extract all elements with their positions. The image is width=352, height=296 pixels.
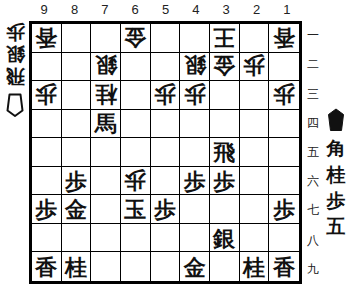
- square-6-4: [121, 110, 151, 139]
- square-4-3: 歩: [180, 81, 210, 110]
- square-1-9: 香: [269, 252, 299, 281]
- piece-sente-pawn: 歩: [35, 199, 57, 221]
- piece-gote-silver: 銀: [95, 54, 117, 76]
- file-label-4: 4: [181, 1, 211, 19]
- piece-gote-gold: 金: [213, 54, 235, 76]
- piece-gote-silver: 銀: [184, 54, 206, 76]
- square-5-4: [151, 110, 181, 139]
- square-1-6: [269, 167, 299, 196]
- square-8-9: 桂: [62, 252, 92, 281]
- square-5-2: [151, 53, 181, 82]
- piece-sente-lance: 香: [273, 257, 295, 279]
- piece-gote-lance: 香: [273, 26, 295, 48]
- shogi-board: 香金王香銀銀金歩歩桂歩歩歩馬飛歩歩歩歩歩金玉歩歩銀香桂金桂香: [29, 21, 302, 284]
- square-7-2: 銀: [91, 53, 121, 82]
- square-3-4: [210, 110, 240, 139]
- piece-gote-pawn: 歩: [273, 83, 295, 105]
- sente-hand-pawn: 歩: [327, 188, 346, 214]
- square-8-7: 金: [62, 195, 92, 224]
- square-9-9: 香: [32, 252, 62, 281]
- square-9-8: [32, 224, 62, 253]
- square-2-3: [240, 81, 270, 110]
- file-label-5: 5: [150, 1, 180, 19]
- square-8-8: [62, 224, 92, 253]
- rank-label-5: 五: [304, 138, 322, 167]
- rank-label-3: 三: [304, 79, 322, 108]
- square-5-7: 歩: [151, 195, 181, 224]
- piece-sente-rook: 飛: [213, 142, 235, 164]
- square-8-1: [62, 24, 92, 53]
- sente-hand-pieces: 角桂歩五: [327, 136, 346, 240]
- square-7-4: 馬: [91, 110, 121, 139]
- square-3-6: 歩: [210, 167, 240, 196]
- square-8-3: [62, 81, 92, 110]
- square-7-8: [91, 224, 121, 253]
- square-9-5: [32, 138, 62, 167]
- square-1-2: [269, 53, 299, 82]
- square-8-2: [62, 53, 92, 82]
- file-label-9: 9: [29, 1, 59, 19]
- piece-sente-gold: 金: [184, 257, 206, 279]
- square-5-5: [151, 138, 181, 167]
- square-5-9: [151, 252, 181, 281]
- square-5-3: 歩: [151, 81, 181, 110]
- gote-hand: 歩銀飛: [3, 21, 27, 117]
- square-4-8: [180, 224, 210, 253]
- square-5-6: [151, 167, 181, 196]
- piece-gote-knight: 桂: [95, 83, 117, 105]
- piece-gote-lance: 香: [35, 26, 57, 48]
- piece-sente-lance: 香: [35, 257, 57, 279]
- piece-gote-gold: 金: [124, 26, 146, 48]
- piece-gote-pawn: 歩: [184, 83, 206, 105]
- square-4-2: 銀: [180, 53, 210, 82]
- rank-label-8: 八: [304, 226, 322, 255]
- file-label-6: 6: [120, 1, 150, 19]
- rank-label-9: 九: [304, 255, 322, 284]
- square-2-1: [240, 24, 270, 53]
- square-6-7: 玉: [121, 195, 151, 224]
- rank-label-7: 七: [304, 196, 322, 225]
- square-9-7: 歩: [32, 195, 62, 224]
- square-2-6: [240, 167, 270, 196]
- square-3-8: 銀: [210, 224, 240, 253]
- square-6-1: 金: [121, 24, 151, 53]
- piece-sente-pawn: 歩: [154, 199, 176, 221]
- square-9-3: 歩: [32, 81, 62, 110]
- square-1-8: [269, 224, 299, 253]
- piece-sente-promoted-bishop: 馬: [95, 113, 117, 135]
- square-2-2: 歩: [240, 53, 270, 82]
- piece-sente-pawn: 歩: [184, 171, 206, 193]
- square-3-3: [210, 81, 240, 110]
- square-7-9: [91, 252, 121, 281]
- shogi-diagram: 987654321 香金王香銀銀金歩歩桂歩歩歩馬飛歩歩歩歩歩金玉歩歩銀香桂金桂香…: [0, 0, 352, 296]
- piece-sente-pawn: 歩: [273, 199, 295, 221]
- piece-gote-pawn: 歩: [35, 83, 57, 105]
- gote-hand-piece-silver: 銀: [6, 43, 25, 65]
- file-label-1: 1: [272, 1, 302, 19]
- piece-sente-pawn: 歩: [213, 171, 235, 193]
- square-1-3: 歩: [269, 81, 299, 110]
- white-piece-icon: [5, 93, 25, 117]
- square-4-4: [180, 110, 210, 139]
- square-6-6: 歩: [121, 167, 151, 196]
- square-5-8: [151, 224, 181, 253]
- square-2-9: 桂: [240, 252, 270, 281]
- square-4-5: [180, 138, 210, 167]
- square-9-4: [32, 110, 62, 139]
- square-2-7: [240, 195, 270, 224]
- sente-hand-count-five: 五: [327, 214, 346, 240]
- piece-sente-pawn: 歩: [65, 171, 87, 193]
- black-piece-icon: [326, 108, 346, 132]
- rank-label-1: 一: [304, 21, 322, 50]
- file-label-3: 3: [211, 1, 241, 19]
- square-7-1: [91, 24, 121, 53]
- square-6-2: [121, 53, 151, 82]
- square-5-1: [151, 24, 181, 53]
- piece-gote-king: 王: [213, 26, 235, 48]
- square-2-4: [240, 110, 270, 139]
- gote-hand-pieces: 歩銀飛: [6, 21, 25, 87]
- square-7-7: [91, 195, 121, 224]
- file-labels: 987654321: [29, 1, 302, 19]
- square-9-1: 香: [32, 24, 62, 53]
- sente-hand: 角桂歩五: [324, 108, 348, 240]
- square-6-8: [121, 224, 151, 253]
- square-3-2: 金: [210, 53, 240, 82]
- square-7-6: [91, 167, 121, 196]
- square-7-3: 桂: [91, 81, 121, 110]
- file-label-2: 2: [241, 1, 271, 19]
- rank-label-2: 二: [304, 50, 322, 79]
- square-2-5: [240, 138, 270, 167]
- square-8-4: [62, 110, 92, 139]
- square-3-5: 飛: [210, 138, 240, 167]
- piece-sente-knight: 桂: [243, 257, 265, 279]
- square-3-1: 王: [210, 24, 240, 53]
- file-label-7: 7: [90, 1, 120, 19]
- sente-hand-bishop: 角: [327, 136, 346, 162]
- square-7-5: [91, 138, 121, 167]
- square-9-6: [32, 167, 62, 196]
- piece-gote-pawn: 歩: [154, 83, 176, 105]
- square-8-6: 歩: [62, 167, 92, 196]
- square-8-5: [62, 138, 92, 167]
- square-6-9: [121, 252, 151, 281]
- square-1-4: [269, 110, 299, 139]
- gote-hand-piece-pawn: 歩: [6, 21, 25, 43]
- file-label-8: 8: [59, 1, 89, 19]
- square-9-2: [32, 53, 62, 82]
- piece-sente-king: 玉: [124, 199, 146, 221]
- square-6-5: [121, 138, 151, 167]
- piece-sente-knight: 桂: [65, 257, 87, 279]
- square-6-3: [121, 81, 151, 110]
- rank-labels: 一二三四五六七八九: [304, 21, 322, 284]
- piece-gote-pawn: 歩: [243, 54, 265, 76]
- square-1-1: 香: [269, 24, 299, 53]
- gote-hand-piece-rook: 飛: [6, 65, 25, 87]
- square-4-9: 金: [180, 252, 210, 281]
- square-4-1: [180, 24, 210, 53]
- rank-label-6: 六: [304, 167, 322, 196]
- rank-label-4: 四: [304, 109, 322, 138]
- square-4-7: [180, 195, 210, 224]
- sente-hand-knight: 桂: [327, 162, 346, 188]
- piece-gote-pawn: 歩: [124, 169, 146, 191]
- piece-sente-silver: 銀: [213, 228, 235, 250]
- square-4-6: 歩: [180, 167, 210, 196]
- square-3-9: [210, 252, 240, 281]
- square-2-8: [240, 224, 270, 253]
- square-1-7: 歩: [269, 195, 299, 224]
- square-1-5: [269, 138, 299, 167]
- piece-sente-gold: 金: [65, 199, 87, 221]
- square-3-7: [210, 195, 240, 224]
